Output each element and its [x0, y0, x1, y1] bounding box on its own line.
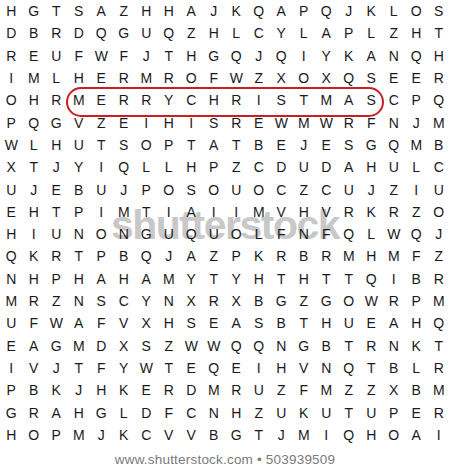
grid-cell-r10c14[interactable]: H: [293, 201, 316, 223]
grid-cell-r20c15[interactable]: I: [315, 424, 338, 446]
grid-cell-r13c8[interactable]: M: [158, 268, 181, 290]
grid-cell-r2c8[interactable]: Q: [158, 22, 181, 44]
grid-cell-r12c6[interactable]: B: [113, 245, 136, 267]
grid-cell-r7c6[interactable]: S: [113, 134, 136, 156]
grid-cell-r6c18[interactable]: N: [383, 111, 406, 133]
grid-cell-r8c15[interactable]: D: [315, 156, 338, 178]
grid-cell-r11c7[interactable]: G: [135, 223, 158, 245]
grid-cell-r7c16[interactable]: S: [338, 134, 361, 156]
grid-cell-r19c18[interactable]: P: [383, 401, 406, 423]
grid-cell-r3c6[interactable]: F: [113, 45, 136, 67]
grid-cell-r1c13[interactable]: A: [270, 0, 293, 22]
grid-cell-r9c14[interactable]: Z: [293, 178, 316, 200]
grid-cell-r11c18[interactable]: W: [383, 223, 406, 245]
grid-cell-r3c18[interactable]: N: [383, 45, 406, 67]
grid-cell-r8c18[interactable]: U: [383, 156, 406, 178]
grid-cell-r20c19[interactable]: A: [405, 424, 428, 446]
grid-cell-r5c1[interactable]: O: [0, 89, 23, 111]
grid-cell-r16c1[interactable]: E: [0, 334, 23, 356]
grid-cell-r14c12[interactable]: B: [248, 290, 271, 312]
grid-cell-r18c2[interactable]: B: [23, 379, 46, 401]
grid-cell-r10c11[interactable]: I: [225, 201, 248, 223]
grid-cell-r16c16[interactable]: T: [338, 334, 361, 356]
grid-cell-r9c16[interactable]: U: [338, 178, 361, 200]
grid-cell-r3c7[interactable]: J: [135, 45, 158, 67]
grid-cell-r13c12[interactable]: H: [248, 268, 271, 290]
grid-cell-r1c15[interactable]: Q: [315, 0, 338, 22]
grid-cell-r2c4[interactable]: D: [68, 22, 91, 44]
grid-cell-r16c12[interactable]: Q: [248, 334, 271, 356]
grid-cell-r5c18[interactable]: C: [383, 89, 406, 111]
grid-cell-r12c17[interactable]: H: [360, 245, 383, 267]
grid-cell-r7c15[interactable]: E: [315, 134, 338, 156]
grid-cell-r3c17[interactable]: A: [360, 45, 383, 67]
grid-cell-r19c16[interactable]: T: [338, 401, 361, 423]
grid-cell-r19c15[interactable]: U: [315, 401, 338, 423]
grid-cell-r4c7[interactable]: M: [135, 67, 158, 89]
grid-cell-r3c4[interactable]: F: [68, 45, 91, 67]
grid-cell-r6c1[interactable]: P: [0, 111, 23, 133]
grid-cell-r3c9[interactable]: H: [180, 45, 203, 67]
grid-cell-r3c14[interactable]: I: [293, 45, 316, 67]
grid-cell-r4c15[interactable]: X: [315, 67, 338, 89]
grid-cell-r10c10[interactable]: I: [203, 201, 226, 223]
grid-cell-r4c17[interactable]: S: [360, 67, 383, 89]
grid-cell-r11c12[interactable]: L: [248, 223, 271, 245]
grid-cell-r18c11[interactable]: R: [225, 379, 248, 401]
grid-cell-r20c4[interactable]: M: [68, 424, 91, 446]
grid-cell-r3c8[interactable]: T: [158, 45, 181, 67]
grid-cell-r2c11[interactable]: L: [225, 22, 248, 44]
grid-cell-r9c9[interactable]: S: [180, 178, 203, 200]
grid-cell-r13c9[interactable]: Y: [180, 268, 203, 290]
grid-cell-r12c2[interactable]: K: [23, 245, 46, 267]
grid-cell-r18c19[interactable]: B: [405, 379, 428, 401]
grid-cell-r14c15[interactable]: G: [315, 290, 338, 312]
grid-cell-r12c15[interactable]: R: [315, 245, 338, 267]
grid-cell-r1c20[interactable]: S: [428, 0, 450, 22]
grid-cell-r14c18[interactable]: R: [383, 290, 406, 312]
grid-cell-r13c4[interactable]: H: [68, 268, 91, 290]
grid-cell-r4c5[interactable]: E: [90, 67, 113, 89]
grid-cell-r9c1[interactable]: U: [0, 178, 23, 200]
grid-cell-r17c9[interactable]: E: [180, 357, 203, 379]
grid-cell-r2c15[interactable]: A: [315, 22, 338, 44]
grid-cell-r4c4[interactable]: H: [68, 67, 91, 89]
grid-cell-r17c2[interactable]: V: [23, 357, 46, 379]
grid-cell-r20c16[interactable]: Q: [338, 424, 361, 446]
grid-cell-r2c5[interactable]: Q: [90, 22, 113, 44]
grid-cell-r17c16[interactable]: Q: [338, 357, 361, 379]
grid-cell-r18c9[interactable]: D: [180, 379, 203, 401]
grid-cell-r11c11[interactable]: O: [225, 223, 248, 245]
grid-cell-r4c13[interactable]: X: [270, 67, 293, 89]
grid-cell-r18c4[interactable]: J: [68, 379, 91, 401]
grid-cell-r7c7[interactable]: O: [135, 134, 158, 156]
grid-cell-r10c13[interactable]: V: [270, 201, 293, 223]
grid-cell-r17c8[interactable]: T: [158, 357, 181, 379]
grid-cell-r7c20[interactable]: B: [428, 134, 450, 156]
grid-cell-r12c14[interactable]: B: [293, 245, 316, 267]
grid-cell-r8c20[interactable]: C: [428, 156, 450, 178]
grid-cell-r16c13[interactable]: N: [270, 334, 293, 356]
grid-cell-r12c8[interactable]: J: [158, 245, 181, 267]
grid-cell-r17c1[interactable]: I: [0, 357, 23, 379]
grid-cell-r7c2[interactable]: L: [23, 134, 46, 156]
grid-cell-r18c10[interactable]: M: [203, 379, 226, 401]
grid-cell-r16c20[interactable]: T: [428, 334, 450, 356]
grid-cell-r16c2[interactable]: A: [23, 334, 46, 356]
grid-cell-r17c5[interactable]: F: [90, 357, 113, 379]
grid-cell-r19c14[interactable]: K: [293, 401, 316, 423]
grid-cell-r12c18[interactable]: M: [383, 245, 406, 267]
grid-cell-r1c8[interactable]: H: [158, 0, 181, 22]
grid-cell-r2c10[interactable]: H: [203, 22, 226, 44]
grid-cell-r17c12[interactable]: I: [248, 357, 271, 379]
grid-cell-r6c3[interactable]: G: [45, 111, 68, 133]
grid-cell-r14c2[interactable]: R: [23, 290, 46, 312]
grid-cell-r20c11[interactable]: G: [225, 424, 248, 446]
grid-cell-r17c4[interactable]: T: [68, 357, 91, 379]
grid-cell-r3c2[interactable]: E: [23, 45, 46, 67]
grid-cell-r13c5[interactable]: A: [90, 268, 113, 290]
grid-cell-r19c17[interactable]: U: [360, 401, 383, 423]
grid-cell-r16c18[interactable]: N: [383, 334, 406, 356]
grid-cell-r13c1[interactable]: N: [0, 268, 23, 290]
grid-cell-r10c18[interactable]: R: [383, 201, 406, 223]
grid-cell-r3c19[interactable]: Q: [405, 45, 428, 67]
grid-cell-r8c9[interactable]: H: [180, 156, 203, 178]
grid-cell-r10c4[interactable]: P: [68, 201, 91, 223]
grid-cell-r19c4[interactable]: H: [68, 401, 91, 423]
grid-cell-r2c1[interactable]: D: [0, 22, 23, 44]
grid-cell-r14c20[interactable]: M: [428, 290, 450, 312]
grid-cell-r8c13[interactable]: D: [270, 156, 293, 178]
grid-cell-r1c7[interactable]: H: [135, 0, 158, 22]
grid-cell-r16c14[interactable]: G: [293, 334, 316, 356]
grid-cell-r11c17[interactable]: L: [360, 223, 383, 245]
grid-cell-r19c7[interactable]: D: [135, 401, 158, 423]
grid-cell-r20c12[interactable]: T: [248, 424, 271, 446]
grid-cell-r20c13[interactable]: J: [270, 424, 293, 446]
grid-cell-r20c18[interactable]: O: [383, 424, 406, 446]
grid-cell-r17c17[interactable]: T: [360, 357, 383, 379]
grid-cell-r3c1[interactable]: R: [0, 45, 23, 67]
grid-cell-r1c4[interactable]: S: [68, 0, 91, 22]
grid-cell-r16c15[interactable]: B: [315, 334, 338, 356]
grid-cell-r18c5[interactable]: H: [90, 379, 113, 401]
grid-cell-r14c14[interactable]: Z: [293, 290, 316, 312]
grid-cell-r8c1[interactable]: X: [0, 156, 23, 178]
grid-cell-r12c16[interactable]: M: [338, 245, 361, 267]
grid-cell-r3c16[interactable]: K: [338, 45, 361, 67]
grid-cell-r3c3[interactable]: U: [45, 45, 68, 67]
grid-cell-r19c19[interactable]: E: [405, 401, 428, 423]
grid-cell-r7c18[interactable]: Q: [383, 134, 406, 156]
grid-cell-r2c6[interactable]: G: [113, 22, 136, 44]
grid-cell-r18c13[interactable]: Z: [270, 379, 293, 401]
grid-cell-r1c10[interactable]: J: [203, 0, 226, 22]
grid-cell-r2c2[interactable]: B: [23, 22, 46, 44]
grid-cell-r14c19[interactable]: P: [405, 290, 428, 312]
grid-cell-r6c2[interactable]: Q: [23, 111, 46, 133]
grid-cell-r3c11[interactable]: Q: [225, 45, 248, 67]
grid-cell-r8c12[interactable]: C: [248, 156, 271, 178]
grid-cell-r19c8[interactable]: F: [158, 401, 181, 423]
grid-cell-r15c14[interactable]: T: [293, 312, 316, 334]
grid-cell-r15c8[interactable]: H: [158, 312, 181, 334]
grid-cell-r7c3[interactable]: H: [45, 134, 68, 156]
grid-cell-r15c2[interactable]: F: [23, 312, 46, 334]
grid-cell-r2c16[interactable]: P: [338, 22, 361, 44]
grid-cell-r4c14[interactable]: O: [293, 67, 316, 89]
grid-cell-r19c6[interactable]: L: [113, 401, 136, 423]
grid-cell-r15c15[interactable]: H: [315, 312, 338, 334]
grid-cell-r8c7[interactable]: L: [135, 156, 158, 178]
grid-cell-r15c16[interactable]: U: [338, 312, 361, 334]
grid-cell-r13c13[interactable]: T: [270, 268, 293, 290]
grid-cell-r1c14[interactable]: P: [293, 0, 316, 22]
grid-cell-r17c3[interactable]: J: [45, 357, 68, 379]
grid-cell-r10c20[interactable]: O: [428, 201, 450, 223]
grid-cell-r14c8[interactable]: N: [158, 290, 181, 312]
grid-cell-r4c1[interactable]: I: [0, 67, 23, 89]
grid-cell-r10c2[interactable]: H: [23, 201, 46, 223]
grid-cell-r20c2[interactable]: O: [23, 424, 46, 446]
grid-cell-r14c7[interactable]: Y: [135, 290, 158, 312]
grid-cell-r9c2[interactable]: J: [23, 178, 46, 200]
grid-cell-r12c20[interactable]: Z: [428, 245, 450, 267]
grid-cell-r15c13[interactable]: B: [270, 312, 293, 334]
grid-cell-r9c20[interactable]: U: [428, 178, 450, 200]
grid-cell-r20c9[interactable]: V: [180, 424, 203, 446]
grid-cell-r20c7[interactable]: C: [135, 424, 158, 446]
grid-cell-r20c6[interactable]: K: [113, 424, 136, 446]
grid-cell-r14c10[interactable]: R: [203, 290, 226, 312]
grid-cell-r20c3[interactable]: P: [45, 424, 68, 446]
grid-cell-r12c4[interactable]: T: [68, 245, 91, 267]
grid-cell-r9c13[interactable]: C: [270, 178, 293, 200]
grid-cell-r12c9[interactable]: A: [180, 245, 203, 267]
grid-cell-r4c16[interactable]: Q: [338, 67, 361, 89]
grid-cell-r4c18[interactable]: E: [383, 67, 406, 89]
grid-cell-r15c17[interactable]: E: [360, 312, 383, 334]
grid-cell-r9c7[interactable]: P: [135, 178, 158, 200]
grid-cell-r9c11[interactable]: U: [225, 178, 248, 200]
grid-cell-r7c4[interactable]: U: [68, 134, 91, 156]
grid-cell-r10c12[interactable]: M: [248, 201, 271, 223]
grid-cell-r14c16[interactable]: O: [338, 290, 361, 312]
grid-cell-r16c5[interactable]: D: [90, 334, 113, 356]
grid-cell-r13c14[interactable]: H: [293, 268, 316, 290]
grid-cell-r18c7[interactable]: E: [135, 379, 158, 401]
grid-cell-r5c19[interactable]: P: [405, 89, 428, 111]
grid-cell-r18c12[interactable]: U: [248, 379, 271, 401]
grid-cell-r10c17[interactable]: K: [360, 201, 383, 223]
grid-cell-r18c20[interactable]: M: [428, 379, 450, 401]
grid-cell-r18c15[interactable]: M: [315, 379, 338, 401]
grid-cell-r13c7[interactable]: A: [135, 268, 158, 290]
grid-cell-r3c13[interactable]: Q: [270, 45, 293, 67]
grid-cell-r19c3[interactable]: A: [45, 401, 68, 423]
grid-cell-r15c5[interactable]: F: [90, 312, 113, 334]
grid-cell-r7c14[interactable]: J: [293, 134, 316, 156]
grid-cell-r18c3[interactable]: K: [45, 379, 68, 401]
grid-cell-r12c3[interactable]: R: [45, 245, 68, 267]
grid-cell-r18c16[interactable]: Z: [338, 379, 361, 401]
grid-cell-r13c11[interactable]: Y: [225, 268, 248, 290]
grid-cell-r7c12[interactable]: B: [248, 134, 271, 156]
grid-cell-r3c20[interactable]: H: [428, 45, 450, 67]
grid-cell-r15c19[interactable]: H: [405, 312, 428, 334]
grid-cell-r11c1[interactable]: H: [0, 223, 23, 245]
grid-cell-r19c5[interactable]: G: [90, 401, 113, 423]
grid-cell-r7c8[interactable]: P: [158, 134, 181, 156]
grid-cell-r12c19[interactable]: F: [405, 245, 428, 267]
grid-cell-r12c10[interactable]: Z: [203, 245, 226, 267]
grid-cell-r20c5[interactable]: J: [90, 424, 113, 446]
grid-cell-r17c14[interactable]: V: [293, 357, 316, 379]
grid-cell-r2c12[interactable]: C: [248, 22, 271, 44]
grid-cell-r12c11[interactable]: P: [225, 245, 248, 267]
grid-cell-r1c5[interactable]: A: [90, 0, 113, 22]
grid-cell-r9c12[interactable]: O: [248, 178, 271, 200]
grid-cell-r3c10[interactable]: G: [203, 45, 226, 67]
grid-cell-r10c8[interactable]: I: [158, 201, 181, 223]
grid-cell-r15c9[interactable]: S: [180, 312, 203, 334]
grid-cell-r6c19[interactable]: J: [405, 111, 428, 133]
grid-cell-r5c2[interactable]: H: [23, 89, 46, 111]
grid-cell-r8c3[interactable]: J: [45, 156, 68, 178]
grid-cell-r8c10[interactable]: P: [203, 156, 226, 178]
grid-cell-r2c17[interactable]: L: [360, 22, 383, 44]
grid-cell-r11c13[interactable]: F: [270, 223, 293, 245]
grid-cell-r15c7[interactable]: X: [135, 312, 158, 334]
grid-cell-r20c1[interactable]: H: [0, 424, 23, 446]
grid-cell-r1c3[interactable]: T: [45, 0, 68, 22]
grid-cell-r14c6[interactable]: C: [113, 290, 136, 312]
grid-cell-r9c5[interactable]: U: [90, 178, 113, 200]
grid-cell-r8c8[interactable]: L: [158, 156, 181, 178]
grid-cell-r15c3[interactable]: W: [45, 312, 68, 334]
grid-cell-r9c19[interactable]: I: [405, 178, 428, 200]
grid-cell-r8c2[interactable]: T: [23, 156, 46, 178]
grid-cell-r20c10[interactable]: B: [203, 424, 226, 446]
grid-cell-r15c11[interactable]: A: [225, 312, 248, 334]
grid-cell-r12c1[interactable]: Q: [0, 245, 23, 267]
grid-cell-r11c3[interactable]: U: [45, 223, 68, 245]
grid-cell-r16c19[interactable]: K: [405, 334, 428, 356]
grid-cell-r14c11[interactable]: X: [225, 290, 248, 312]
grid-cell-r12c5[interactable]: P: [90, 245, 113, 267]
grid-cell-r7c9[interactable]: T: [180, 134, 203, 156]
grid-cell-r10c6[interactable]: M: [113, 201, 136, 223]
grid-cell-r17c15[interactable]: N: [315, 357, 338, 379]
grid-cell-r8c4[interactable]: Y: [68, 156, 91, 178]
grid-cell-r13c10[interactable]: T: [203, 268, 226, 290]
grid-cell-r13c16[interactable]: T: [338, 268, 361, 290]
grid-cell-r15c12[interactable]: S: [248, 312, 271, 334]
grid-cell-r16c10[interactable]: W: [203, 334, 226, 356]
grid-cell-r19c2[interactable]: R: [23, 401, 46, 423]
grid-cell-r19c20[interactable]: R: [428, 401, 450, 423]
grid-cell-r11c8[interactable]: U: [158, 223, 181, 245]
grid-cell-r7c13[interactable]: E: [270, 134, 293, 156]
grid-cell-r7c19[interactable]: M: [405, 134, 428, 156]
grid-cell-r14c13[interactable]: G: [270, 290, 293, 312]
grid-cell-r13c18[interactable]: I: [383, 268, 406, 290]
grid-cell-r1c11[interactable]: K: [225, 0, 248, 22]
grid-cell-r6c20[interactable]: M: [428, 111, 450, 133]
grid-cell-r19c9[interactable]: C: [180, 401, 203, 423]
grid-cell-r11c2[interactable]: I: [23, 223, 46, 245]
grid-cell-r11c6[interactable]: N: [113, 223, 136, 245]
grid-cell-r7c10[interactable]: A: [203, 134, 226, 156]
grid-cell-r2c19[interactable]: H: [405, 22, 428, 44]
grid-cell-r4c9[interactable]: O: [180, 67, 203, 89]
grid-cell-r10c7[interactable]: T: [135, 201, 158, 223]
grid-cell-r9c3[interactable]: E: [45, 178, 68, 200]
grid-cell-r13c6[interactable]: H: [113, 268, 136, 290]
grid-cell-r15c6[interactable]: V: [113, 312, 136, 334]
grid-cell-r8c11[interactable]: Z: [225, 156, 248, 178]
grid-cell-r7c1[interactable]: W: [0, 134, 23, 156]
grid-cell-r11c4[interactable]: N: [68, 223, 91, 245]
grid-cell-r1c17[interactable]: K: [360, 0, 383, 22]
grid-cell-r10c9[interactable]: A: [180, 201, 203, 223]
grid-cell-r13c17[interactable]: Q: [360, 268, 383, 290]
grid-cell-r18c1[interactable]: P: [0, 379, 23, 401]
grid-cell-r9c10[interactable]: O: [203, 178, 226, 200]
grid-cell-r1c2[interactable]: G: [23, 0, 46, 22]
grid-cell-r1c16[interactable]: J: [338, 0, 361, 22]
grid-cell-r8c19[interactable]: L: [405, 156, 428, 178]
grid-cell-r3c5[interactable]: W: [90, 45, 113, 67]
grid-cell-r11c20[interactable]: J: [428, 223, 450, 245]
grid-cell-r15c1[interactable]: U: [0, 312, 23, 334]
grid-cell-r14c9[interactable]: X: [180, 290, 203, 312]
grid-cell-r4c19[interactable]: E: [405, 67, 428, 89]
grid-cell-r2c13[interactable]: Y: [270, 22, 293, 44]
grid-cell-r17c6[interactable]: Y: [113, 357, 136, 379]
grid-cell-r11c19[interactable]: Q: [405, 223, 428, 245]
grid-cell-r13c15[interactable]: T: [315, 268, 338, 290]
grid-cell-r16c7[interactable]: S: [135, 334, 158, 356]
grid-cell-r8c6[interactable]: Q: [113, 156, 136, 178]
grid-cell-r4c2[interactable]: M: [23, 67, 46, 89]
grid-cell-r8c14[interactable]: U: [293, 156, 316, 178]
grid-cell-r20c14[interactable]: M: [293, 424, 316, 446]
grid-cell-r14c5[interactable]: S: [90, 290, 113, 312]
grid-cell-r16c9[interactable]: W: [180, 334, 203, 356]
grid-cell-r1c18[interactable]: L: [383, 0, 406, 22]
grid-cell-r15c18[interactable]: A: [383, 312, 406, 334]
grid-cell-r20c20[interactable]: I: [428, 424, 450, 446]
grid-cell-r11c15[interactable]: F: [315, 223, 338, 245]
grid-cell-r17c19[interactable]: L: [405, 357, 428, 379]
grid-cell-r13c20[interactable]: R: [428, 268, 450, 290]
grid-cell-r1c1[interactable]: H: [0, 0, 23, 22]
grid-cell-r10c16[interactable]: R: [338, 201, 361, 223]
grid-cell-r10c15[interactable]: V: [315, 201, 338, 223]
grid-cell-r9c4[interactable]: B: [68, 178, 91, 200]
grid-cell-r17c7[interactable]: W: [135, 357, 158, 379]
grid-cell-r1c12[interactable]: Q: [248, 0, 271, 22]
grid-cell-r13c2[interactable]: H: [23, 268, 46, 290]
grid-cell-r2c3[interactable]: R: [45, 22, 68, 44]
grid-cell-r5c3[interactable]: R: [45, 89, 68, 111]
grid-cell-r19c12[interactable]: Z: [248, 401, 271, 423]
